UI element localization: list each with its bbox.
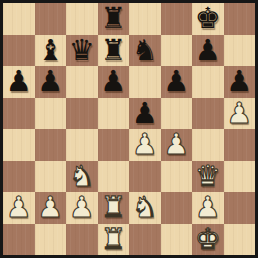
square-g3[interactable]: ♛ [192,161,224,193]
black-pawn-piece: ♟ [226,66,252,98]
square-c4[interactable] [66,129,98,161]
square-d8[interactable]: ♜ [98,3,130,35]
square-d2[interactable]: ♜ [98,192,130,224]
chess-board-grid: ♜♚♝♛♜♞♟♟♟♟♟♟♟♟♟♟♞♛♟♟♟♜♞♟♜♚ [3,3,255,255]
square-a5[interactable] [3,98,35,130]
square-c2[interactable]: ♟ [66,192,98,224]
square-b7[interactable]: ♝ [35,35,67,67]
square-e4[interactable]: ♟ [129,129,161,161]
black-queen-piece: ♛ [69,35,95,67]
black-rook-piece: ♜ [100,35,126,67]
square-d6[interactable]: ♟ [98,66,130,98]
black-king-piece: ♚ [195,3,221,35]
square-b4[interactable] [35,129,67,161]
square-f2[interactable] [161,192,193,224]
square-e6[interactable] [129,66,161,98]
square-h7[interactable] [224,35,256,67]
square-d5[interactable] [98,98,130,130]
square-f5[interactable] [161,98,193,130]
square-h6[interactable]: ♟ [224,66,256,98]
square-c6[interactable] [66,66,98,98]
square-h5[interactable]: ♟ [224,98,256,130]
square-h3[interactable] [224,161,256,193]
square-b6[interactable]: ♟ [35,66,67,98]
square-g7[interactable]: ♟ [192,35,224,67]
square-b8[interactable] [35,3,67,35]
white-pawn-piece: ♟ [37,192,63,224]
square-d4[interactable] [98,129,130,161]
square-f6[interactable]: ♟ [161,66,193,98]
square-b5[interactable] [35,98,67,130]
black-rook-piece: ♜ [100,3,126,35]
square-f8[interactable] [161,3,193,35]
white-pawn-piece: ♟ [69,192,95,224]
square-g8[interactable]: ♚ [192,3,224,35]
white-pawn-piece: ♟ [132,129,158,161]
white-rook-piece: ♜ [100,224,126,256]
white-pawn-piece: ♟ [163,129,189,161]
white-knight-piece: ♞ [69,161,95,193]
square-d7[interactable]: ♜ [98,35,130,67]
square-e7[interactable]: ♞ [129,35,161,67]
square-b2[interactable]: ♟ [35,192,67,224]
square-c7[interactable]: ♛ [66,35,98,67]
square-h1[interactable] [224,224,256,256]
square-h2[interactable] [224,192,256,224]
black-pawn-piece: ♟ [163,66,189,98]
white-rook-piece: ♜ [100,192,126,224]
square-b3[interactable] [35,161,67,193]
square-a1[interactable] [3,224,35,256]
square-f7[interactable] [161,35,193,67]
square-c1[interactable] [66,224,98,256]
square-g1[interactable]: ♚ [192,224,224,256]
square-f4[interactable]: ♟ [161,129,193,161]
black-pawn-piece: ♟ [195,35,221,67]
white-knight-piece: ♞ [132,192,158,224]
black-bishop-piece: ♝ [37,35,63,67]
square-a6[interactable]: ♟ [3,66,35,98]
square-g5[interactable] [192,98,224,130]
black-pawn-piece: ♟ [100,66,126,98]
square-e1[interactable] [129,224,161,256]
square-h8[interactable] [224,3,256,35]
square-g4[interactable] [192,129,224,161]
chess-board: ♜♚♝♛♜♞♟♟♟♟♟♟♟♟♟♟♞♛♟♟♟♜♞♟♜♚ [0,0,258,258]
square-d1[interactable]: ♜ [98,224,130,256]
square-a8[interactable] [3,3,35,35]
square-e5[interactable]: ♟ [129,98,161,130]
square-f1[interactable] [161,224,193,256]
square-a3[interactable] [3,161,35,193]
square-a7[interactable] [3,35,35,67]
black-knight-piece: ♞ [132,35,158,67]
square-c5[interactable] [66,98,98,130]
square-e8[interactable] [129,3,161,35]
white-pawn-piece: ♟ [195,192,221,224]
white-pawn-piece: ♟ [226,98,252,130]
square-g6[interactable] [192,66,224,98]
square-a2[interactable]: ♟ [3,192,35,224]
square-b1[interactable] [35,224,67,256]
white-pawn-piece: ♟ [6,192,32,224]
black-pawn-piece: ♟ [37,66,63,98]
square-h4[interactable] [224,129,256,161]
white-queen-piece: ♛ [195,161,221,193]
square-d3[interactable] [98,161,130,193]
square-g2[interactable]: ♟ [192,192,224,224]
square-a4[interactable] [3,129,35,161]
square-f3[interactable] [161,161,193,193]
black-pawn-piece: ♟ [132,98,158,130]
black-pawn-piece: ♟ [6,66,32,98]
square-c8[interactable] [66,3,98,35]
square-e2[interactable]: ♞ [129,192,161,224]
square-e3[interactable] [129,161,161,193]
square-c3[interactable]: ♞ [66,161,98,193]
white-king-piece: ♚ [195,224,221,256]
